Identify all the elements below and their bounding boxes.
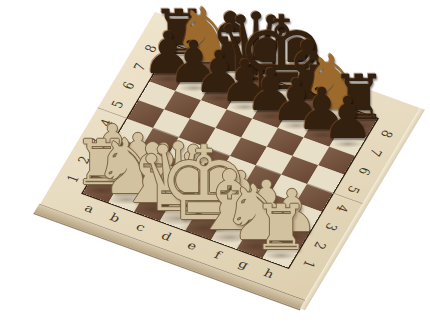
rank-label-left-5: 5 [110,99,127,110]
rank-label-right-6: 6 [356,165,373,176]
rank-label-right-5: 5 [345,184,362,195]
rank-label-right-3: 3 [322,221,339,232]
rank-label-right-4: 4 [334,202,351,213]
piece-black-pawn-h7[interactable]: ♟ [322,89,374,147]
file-label-g: g [236,258,250,271]
chess-set-photo: a11b22c33d44e55f66g77h88 ♜♞♝♛♚♝♞♜♟♟♟♟♟♟♟… [0,0,430,332]
piece-white-rook-h1[interactable]: ♜ [253,197,309,259]
rank-label-left-6: 6 [121,80,138,91]
file-label-h: h [262,267,276,280]
